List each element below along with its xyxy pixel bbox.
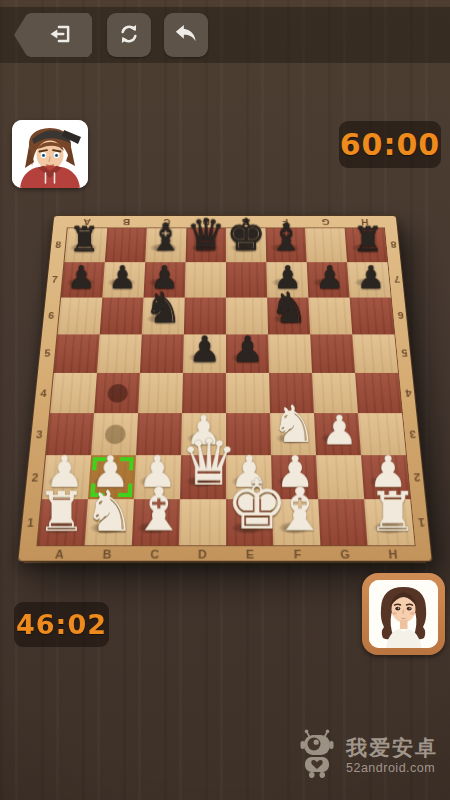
- white-rook-glyph: ♜: [37, 485, 84, 540]
- piece-white-knight-b1[interactable]: ♞: [84, 500, 134, 546]
- square-a8[interactable]: [64, 228, 107, 262]
- white-rook-glyph: ♜: [368, 485, 415, 540]
- square-c6[interactable]: [142, 298, 185, 335]
- logout-icon: [33, 21, 73, 50]
- square-g5[interactable]: [310, 334, 355, 372]
- square-c7[interactable]: [144, 262, 186, 297]
- square-a6[interactable]: [58, 298, 103, 335]
- square-g6[interactable]: [308, 298, 352, 335]
- white-pawn-glyph: ♟: [316, 409, 361, 450]
- white-king-glyph: ♚: [226, 471, 273, 540]
- white-knight-glyph: ♞: [271, 399, 316, 450]
- local-clock: 46:02: [14, 602, 109, 647]
- square-h6[interactable]: [350, 298, 395, 335]
- square-f8[interactable]: [265, 228, 306, 262]
- game-screen: 60:00 8877665544332211AABBCCDDEEFFGGHH ♜…: [0, 0, 450, 800]
- square-c5[interactable]: [140, 334, 184, 372]
- square-e8[interactable]: [226, 228, 266, 262]
- piece-white-pawn-g3[interactable]: ♟: [315, 413, 362, 455]
- square-h5[interactable]: [352, 334, 398, 372]
- sync-icon: [116, 21, 142, 50]
- local-avatar: [362, 573, 445, 655]
- square-d5[interactable]: [183, 334, 226, 372]
- young-man-avatar-illustration: [12, 120, 88, 188]
- square-h7[interactable]: [347, 262, 391, 297]
- square-g8[interactable]: [305, 228, 347, 262]
- square-d7[interactable]: [185, 262, 226, 297]
- android-robot-mascot-icon: [297, 729, 337, 783]
- square-c8[interactable]: [145, 228, 186, 262]
- restart-button[interactable]: [107, 13, 151, 57]
- white-queen-glyph: ♛: [180, 430, 226, 494]
- back-arrow-icon: [173, 21, 199, 50]
- woman-avatar-illustration: [369, 580, 438, 648]
- square-b7[interactable]: [102, 262, 145, 297]
- square-a7[interactable]: [61, 262, 105, 297]
- watermark: 我爱安卓 52android.com: [297, 729, 438, 783]
- square-b5[interactable]: [97, 334, 142, 372]
- undo-button[interactable]: [164, 13, 208, 57]
- opponent-clock: 60:00: [339, 121, 441, 168]
- square-e6[interactable]: [226, 298, 268, 335]
- white-bishop-glyph: ♝: [273, 480, 320, 540]
- square-h8[interactable]: [345, 228, 388, 262]
- watermark-title: 我爱安卓: [346, 736, 438, 760]
- square-d8[interactable]: [186, 228, 226, 262]
- piece-white-bishop-f1[interactable]: ♝: [272, 500, 321, 546]
- chess-board: 8877665544332211AABBCCDDEEFFGGHH ♜♝♛♚♝♜♟…: [17, 215, 433, 562]
- white-knight-glyph: ♞: [84, 483, 131, 540]
- square-d6[interactable]: [184, 298, 226, 335]
- square-b6[interactable]: [100, 298, 144, 335]
- square-e5[interactable]: [226, 334, 269, 372]
- piece-white-king-e1[interactable]: ♚: [226, 500, 273, 546]
- opponent-clock-time: 60:00: [340, 127, 441, 162]
- square-f5[interactable]: [268, 334, 312, 372]
- square-a5[interactable]: [54, 334, 100, 372]
- square-b8[interactable]: [105, 228, 147, 262]
- toolbar: [0, 7, 450, 63]
- piece-white-rook-a1[interactable]: ♜: [36, 500, 87, 546]
- watermark-subtitle: 52android.com: [346, 760, 438, 776]
- opponent-avatar: [12, 120, 88, 188]
- white-bishop-glyph: ♝: [132, 480, 179, 540]
- square-f7[interactable]: [266, 262, 308, 297]
- square-e7[interactable]: [226, 262, 267, 297]
- local-avatar-inner: [369, 580, 438, 648]
- square-f6[interactable]: [267, 298, 310, 335]
- piece-white-rook-h1[interactable]: ♜: [365, 500, 416, 546]
- local-clock-time: 46:02: [16, 609, 107, 640]
- exit-button[interactable]: [14, 13, 92, 57]
- piece-white-queen-d2[interactable]: ♛: [180, 456, 226, 500]
- square-g7[interactable]: [307, 262, 350, 297]
- piece-white-bishop-c1[interactable]: ♝: [131, 500, 180, 546]
